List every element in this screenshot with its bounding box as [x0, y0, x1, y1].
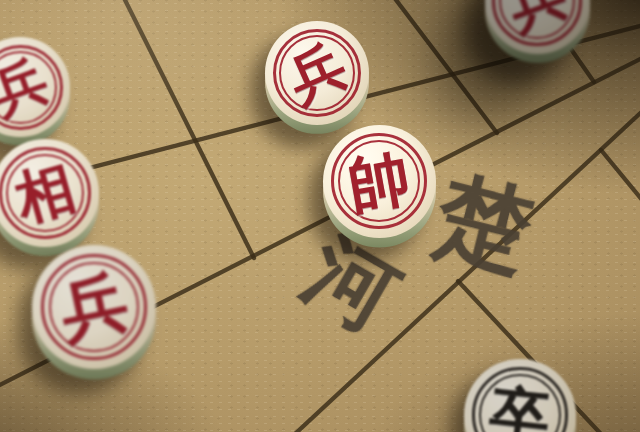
piece-character: 卒	[487, 382, 553, 432]
grid-file-line-e	[601, 150, 640, 212]
piece-black-soldier-bottom-right[interactable]: 卒	[464, 359, 576, 432]
piece-character: 帥	[344, 146, 415, 217]
piece-character: 兵	[54, 267, 133, 346]
piece-red-elephant-left[interactable]: 相	[0, 139, 99, 247]
xiangqi-board-photo: 楚 河 兵相兵兵帥兵卒	[0, 0, 640, 432]
piece-face: 卒	[464, 359, 576, 432]
piece-red-marshal-center[interactable]: 帥	[323, 125, 436, 238]
piece-face: 兵	[265, 21, 369, 125]
piece-red-soldier-top-middle[interactable]: 兵	[265, 21, 369, 125]
piece-face: 帥	[323, 125, 436, 238]
piece-red-soldier-top-left[interactable]: 兵	[0, 37, 70, 137]
piece-face: 兵	[32, 245, 156, 369]
piece-red-soldier-lower-left[interactable]: 兵	[32, 245, 156, 369]
piece-red-soldier-top-right[interactable]: 兵	[485, 0, 590, 54]
